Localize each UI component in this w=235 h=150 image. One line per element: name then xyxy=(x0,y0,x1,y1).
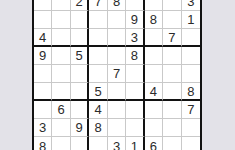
sudoku-cell-r1c9[interactable]: 3 xyxy=(182,0,200,11)
sudoku-cell-r2c4[interactable] xyxy=(89,11,107,29)
sudoku-cell-r8c6[interactable] xyxy=(126,119,144,137)
sudoku-cell-r2c8[interactable] xyxy=(163,11,181,29)
sudoku-cell-r6c7[interactable]: 4 xyxy=(145,83,163,101)
sudoku-cell-r1c3[interactable]: 2 xyxy=(71,0,89,11)
sudoku-cell-r8c3[interactable]: 9 xyxy=(71,119,89,137)
sudoku-cell-r6c5[interactable] xyxy=(108,83,126,101)
sudoku-cell-r6c8[interactable] xyxy=(163,83,181,101)
sudoku-cell-r7c2[interactable]: 6 xyxy=(52,101,70,119)
sudoku-cell-r4c7[interactable] xyxy=(145,47,163,65)
sudoku-cell-r1c7[interactable] xyxy=(145,0,163,11)
sudoku-cell-r3c8[interactable]: 7 xyxy=(163,29,181,47)
sudoku-cell-r5c2[interactable] xyxy=(52,65,70,83)
sudoku-cell-r9c1[interactable]: 8 xyxy=(34,137,52,150)
sudoku-cell-r3c1[interactable]: 4 xyxy=(34,29,52,47)
sudoku-cell-r3c2[interactable] xyxy=(52,29,70,47)
sudoku-cell-r3c7[interactable] xyxy=(145,29,163,47)
sudoku-cell-r6c4[interactable]: 5 xyxy=(89,83,107,101)
sudoku-cell-r1c6[interactable] xyxy=(126,0,144,11)
sudoku-cell-r2c6[interactable]: 9 xyxy=(126,11,144,29)
sudoku-cell-r8c7[interactable] xyxy=(145,119,163,137)
sudoku-cell-r5c9[interactable] xyxy=(182,65,200,83)
sudoku-cell-r6c1[interactable] xyxy=(34,83,52,101)
sudoku-cell-r5c7[interactable] xyxy=(145,65,163,83)
sudoku-cell-r2c1[interactable] xyxy=(34,11,52,29)
sudoku-cell-r7c4[interactable]: 4 xyxy=(89,101,107,119)
sudoku-cell-r4c8[interactable] xyxy=(163,47,181,65)
sudoku-cell-r3c6[interactable]: 3 xyxy=(126,29,144,47)
sudoku-cell-r3c5[interactable] xyxy=(108,29,126,47)
sudoku-cell-r1c8[interactable] xyxy=(163,0,181,11)
sudoku-cell-r1c2[interactable] xyxy=(52,0,70,11)
sudoku-cell-r1c1[interactable] xyxy=(34,0,52,11)
sudoku-cell-r5c5[interactable]: 7 xyxy=(108,65,126,83)
sudoku-cell-r5c8[interactable] xyxy=(163,65,181,83)
sudoku-cell-r9c9[interactable] xyxy=(182,137,200,150)
sudoku-cell-r8c9[interactable] xyxy=(182,119,200,137)
sudoku-cell-r9c2[interactable] xyxy=(52,137,70,150)
sudoku-cell-r9c7[interactable]: 6 xyxy=(145,137,163,150)
sudoku-cell-r9c8[interactable] xyxy=(163,137,181,150)
sudoku-cell-r6c3[interactable] xyxy=(71,83,89,101)
sudoku-cell-r6c2[interactable] xyxy=(52,83,70,101)
sudoku-cell-r7c6[interactable] xyxy=(126,101,144,119)
sudoku-cell-r7c7[interactable] xyxy=(145,101,163,119)
sudoku-cell-r3c4[interactable] xyxy=(89,29,107,47)
sudoku-cell-r2c9[interactable]: 1 xyxy=(182,11,200,29)
sudoku-board: 278398143795875486473988316 xyxy=(32,0,202,150)
sudoku-cell-r2c5[interactable] xyxy=(108,11,126,29)
sudoku-cell-r7c8[interactable] xyxy=(163,101,181,119)
page-background: 278398143795875486473988316 xyxy=(0,0,235,150)
sudoku-cell-r4c3[interactable]: 5 xyxy=(71,47,89,65)
sudoku-cell-r7c1[interactable] xyxy=(34,101,52,119)
sudoku-cell-r7c5[interactable] xyxy=(108,101,126,119)
sudoku-cell-r8c2[interactable] xyxy=(52,119,70,137)
sudoku-cell-r5c6[interactable] xyxy=(126,65,144,83)
sudoku-cell-r1c5[interactable]: 8 xyxy=(108,0,126,11)
sudoku-cell-r2c7[interactable]: 8 xyxy=(145,11,163,29)
sudoku-cell-r3c3[interactable] xyxy=(71,29,89,47)
sudoku-cell-r4c6[interactable]: 8 xyxy=(126,47,144,65)
sudoku-cell-r6c6[interactable] xyxy=(126,83,144,101)
sudoku-cell-r6c9[interactable]: 8 xyxy=(182,83,200,101)
sudoku-cell-r3c9[interactable] xyxy=(182,29,200,47)
sudoku-cell-r4c2[interactable] xyxy=(52,47,70,65)
sudoku-cell-r8c1[interactable]: 3 xyxy=(34,119,52,137)
sudoku-cell-r1c4[interactable]: 7 xyxy=(89,0,107,11)
sudoku-cell-r7c9[interactable]: 7 xyxy=(182,101,200,119)
sudoku-cell-r2c2[interactable] xyxy=(52,11,70,29)
sudoku-cell-r4c1[interactable]: 9 xyxy=(34,47,52,65)
sudoku-cell-r4c9[interactable] xyxy=(182,47,200,65)
sudoku-cell-r9c4[interactable] xyxy=(89,137,107,150)
sudoku-cell-r5c4[interactable] xyxy=(89,65,107,83)
sudoku-cell-r8c5[interactable] xyxy=(108,119,126,137)
sudoku-cell-r4c4[interactable] xyxy=(89,47,107,65)
sudoku-cell-r7c3[interactable] xyxy=(71,101,89,119)
sudoku-cell-r9c3[interactable] xyxy=(71,137,89,150)
sudoku-cell-r4c5[interactable] xyxy=(108,47,126,65)
sudoku-cell-r5c3[interactable] xyxy=(71,65,89,83)
sudoku-cell-r9c6[interactable]: 1 xyxy=(126,137,144,150)
sudoku-cell-r5c1[interactable] xyxy=(34,65,52,83)
sudoku-cell-r2c3[interactable] xyxy=(71,11,89,29)
sudoku-cell-r8c8[interactable] xyxy=(163,119,181,137)
sudoku-cell-r8c4[interactable]: 8 xyxy=(89,119,107,137)
sudoku-cell-r9c5[interactable]: 3 xyxy=(108,137,126,150)
